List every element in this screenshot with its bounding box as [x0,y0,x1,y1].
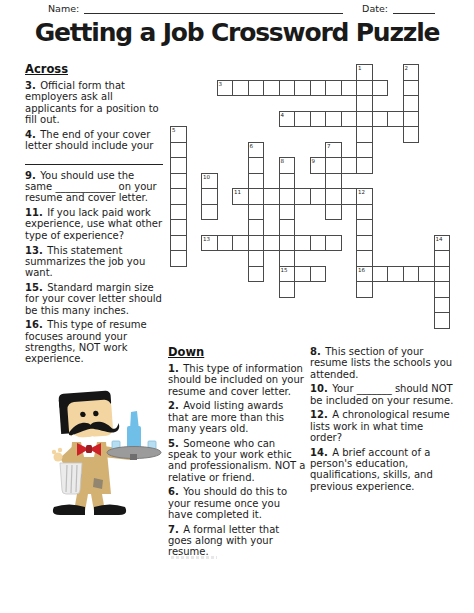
cell-r5c5[interactable]: 6 [248,142,265,159]
cell-r6c0[interactable] [170,157,187,174]
cell-r6c12[interactable] [356,157,373,174]
cell-r1c4[interactable] [232,80,249,97]
cell-r12c12[interactable] [356,250,373,267]
cell-r7c7[interactable] [279,173,296,190]
cell-r8c10[interactable] [325,188,342,205]
cell-number: 7 [327,143,331,149]
clue-8-down: 8. This section of your resume lists the… [310,346,456,380]
cell-r0c15[interactable]: 2 [403,64,420,81]
cell-r10c0[interactable] [170,219,187,236]
cell-r1c3[interactable]: 3 [217,80,234,97]
cell-r10c12[interactable] [356,219,373,236]
cell-r9c2[interactable] [201,204,218,221]
cell-r1c7[interactable] [279,80,296,97]
page-title: Getting a Job Crossword Puzzle [0,18,474,47]
cell-r11c3[interactable] [217,235,234,252]
faint-watermark [171,556,217,559]
cell-r9c0[interactable] [170,204,187,221]
cell-r15c17[interactable] [434,297,451,314]
cell-r16c17[interactable] [434,312,451,329]
cell-number: 15 [281,267,288,273]
clue-14-down: 14. A brief account of a person's educat… [310,447,456,492]
cell-r9c5[interactable] [248,204,265,221]
cell-r13c17[interactable] [434,266,451,283]
cell-r14c17[interactable] [434,281,451,298]
cell-number: 5 [172,127,176,133]
cell-r11c17[interactable]: 14 [434,235,451,252]
cell-r11c7[interactable] [279,235,296,252]
cell-r11c4[interactable] [232,235,249,252]
cell-r3c8[interactable] [294,111,311,128]
cell-r8c5[interactable] [248,188,265,205]
cell-r1c9[interactable] [310,80,327,97]
cell-r13c14[interactable] [387,266,404,283]
clue-7-down: 7. A formal letter that goes along with … [168,524,306,558]
cell-number: 12 [358,189,365,195]
across-clue-list: 3. Official form that employers ask all … [25,80,163,365]
cell-r8c9[interactable] [310,188,327,205]
clue-12-down: 12. A chronological resume lists work in… [310,409,456,443]
cell-r3c11[interactable] [341,111,358,128]
cell-r13c9[interactable] [310,266,327,283]
cell-r1c5[interactable] [248,80,265,97]
clue-5-down: 5. Someone who can speak to your work et… [168,438,306,483]
cell-r1c8[interactable] [294,80,311,97]
cell-r9c10[interactable] [325,204,342,221]
answer-blank-line [25,155,163,165]
cell-r8c11[interactable] [341,188,358,205]
cell-r3c12[interactable] [356,111,373,128]
cell-r7c0[interactable] [170,173,187,190]
cell-r3c14[interactable] [387,111,404,128]
worksheet-page: Name: Date: Getting a Job Crossword Puzz… [0,0,474,613]
cell-r1c11[interactable] [341,80,358,97]
cell-r5c0[interactable] [170,142,187,159]
name-label: Name: [48,3,79,14]
cell-number: 13 [203,236,210,242]
cell-r13c8[interactable] [294,266,311,283]
cell-r6c5[interactable] [248,157,265,174]
cell-r9c7[interactable] [279,204,296,221]
cell-number: 16 [358,267,365,273]
date-label: Date: [362,3,388,14]
cell-r5c12[interactable] [356,142,373,159]
cell-number: 1 [358,65,362,71]
cell-r10c5[interactable] [248,219,265,236]
cell-r1c6[interactable] [263,80,280,97]
cell-r11c0[interactable] [170,235,187,252]
cell-r7c2[interactable]: 10 [201,173,218,190]
cell-r4c12[interactable] [356,126,373,143]
name-input-line[interactable] [84,3,343,14]
cell-r10c7[interactable] [279,219,296,236]
down-clue-list-right: 8. This section of your resume lists the… [310,346,456,496]
cell-r1c13[interactable] [372,80,389,97]
cell-r11c2[interactable]: 13 [201,235,218,252]
cell-r13c13[interactable] [372,266,389,283]
cell-r1c12[interactable] [356,80,373,97]
cell-r6c9[interactable]: 9 [310,157,327,174]
cell-r1c10[interactable] [325,80,342,97]
cell-number: 6 [250,143,254,149]
cell-number: 10 [203,174,210,180]
cell-r14c12[interactable] [356,281,373,298]
cell-r6c11[interactable] [341,157,358,174]
cell-r5c10[interactable]: 7 [325,142,342,159]
cell-r1c15[interactable] [403,80,420,97]
clue-11-across: 11. If you lack paid work experience, us… [25,207,163,241]
date-input-line[interactable] [393,3,435,14]
cell-r13c12[interactable]: 16 [356,266,373,283]
cell-r11c5[interactable] [248,235,265,252]
clue-4-across: 4. The end of your cover letter should i… [25,129,163,152]
cell-r3c13[interactable] [372,111,389,128]
cell-r6c7[interactable]: 8 [279,157,296,174]
cell-number: 3 [219,81,223,87]
clue-6-down: 6. You should do this to your resume onc… [168,486,306,520]
across-heading: Across [25,62,163,76]
cell-number: 8 [281,158,285,164]
cell-r8c2[interactable] [201,188,218,205]
clue-13-across: 13. This statement summarizes the job yo… [25,245,163,279]
cell-r7c10[interactable] [325,173,342,190]
across-section: Across 3. Official form that employers a… [25,62,163,368]
cell-r4c15[interactable] [403,126,420,143]
cell-r13c7[interactable]: 15 [279,266,296,283]
cell-r11c10[interactable] [325,235,342,252]
waiter-head [58,390,120,441]
cell-r2c12[interactable] [356,95,373,112]
cell-r11c6[interactable] [263,235,280,252]
cell-r8c4[interactable]: 11 [232,188,249,205]
crossword-grid: 12345678910111213141516 [170,64,451,330]
cell-r9c12[interactable] [356,204,373,221]
clue-3-across: 3. Official form that employers ask all … [25,80,163,125]
cell-r8c8[interactable] [294,188,311,205]
cell-r3c7[interactable]: 4 [279,111,296,128]
cell-r14c7[interactable] [279,281,296,298]
cell-r13c16[interactable] [418,266,435,283]
cell-r12c5[interactable] [248,250,265,267]
cell-r13c5[interactable] [248,266,265,283]
cell-number: 4 [281,112,285,118]
cell-r3c10[interactable] [325,111,342,128]
cell-r8c12[interactable]: 12 [356,188,373,205]
cell-r3c9[interactable] [310,111,327,128]
cell-r8c7[interactable] [279,188,296,205]
waiter-mascot-illustration [24,390,174,522]
cell-r7c5[interactable] [248,173,265,190]
worksheet-header: Name: Date: [48,3,435,14]
cell-number: 11 [234,189,241,195]
clue-15-across: 15. Standard margin size for your cover … [25,282,163,316]
clue-2-down: 2. Avoid listing awards that are more th… [168,400,306,434]
clue-1-down: 1. This type of information should be in… [168,363,306,397]
clue-9-across: 9. You should use the same ____________ … [25,170,163,204]
cell-number: 2 [405,65,409,71]
cell-r6c10[interactable] [325,157,342,174]
down-heading: Down [168,345,306,359]
cell-r3c15[interactable] [403,111,420,128]
down-clue-list-left: 1. This type of information should be in… [168,363,306,558]
cell-number: 9 [312,158,316,164]
cell-r0c12[interactable]: 1 [356,64,373,81]
cell-r8c0[interactable] [170,188,187,205]
clue-10-down: 10. Your _______ should NOT be included … [310,383,456,406]
waiter-legs [53,494,126,515]
cell-number: 14 [436,236,443,242]
clue-16-across: 16. This type of resume focuses around y… [25,319,163,364]
down-section: Down 1. This type of information should … [168,345,306,561]
cell-r13c15[interactable] [403,266,420,283]
cell-r8c6[interactable] [263,188,280,205]
cell-r4c0[interactable]: 5 [170,126,187,143]
cell-r12c0[interactable] [170,250,187,267]
cell-r2c15[interactable] [403,95,420,112]
cell-r12c17[interactable] [434,250,451,267]
cell-r11c12[interactable] [356,235,373,252]
cell-r11c9[interactable] [310,235,327,252]
cell-r12c7[interactable] [279,250,296,267]
cell-r11c8[interactable] [294,235,311,252]
